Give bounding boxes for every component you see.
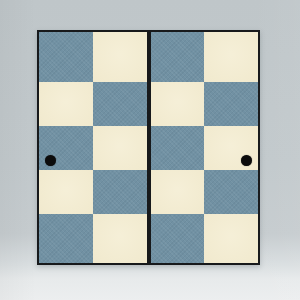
board-cell-cream: [151, 170, 205, 214]
board-cell-blue: [204, 170, 258, 214]
board-cell-blue: [39, 32, 93, 82]
left-door-checkerboard: [39, 32, 147, 263]
board-cell-blue: [204, 82, 258, 126]
board-cell-blue: [151, 32, 205, 82]
board-cell-cream: [204, 214, 258, 263]
right-door-checkerboard: [151, 32, 259, 263]
room-photo: [0, 0, 300, 300]
board-cell-cream: [39, 82, 93, 126]
board-cell-blue: [93, 82, 147, 126]
board-cell-cream: [93, 126, 147, 170]
board-cell-cream: [39, 170, 93, 214]
board-cell-cream: [93, 214, 147, 263]
sliding-door-pair: [37, 30, 260, 265]
board-cell-blue: [151, 126, 205, 170]
left-door-panel: [37, 30, 149, 265]
right-door-handle-icon[interactable]: [241, 155, 252, 166]
left-door-handle-icon[interactable]: [45, 155, 56, 166]
board-cell-cream: [151, 82, 205, 126]
board-cell-cream: [93, 32, 147, 82]
board-cell-blue: [151, 214, 205, 263]
board-cell-blue: [39, 214, 93, 263]
right-door-panel: [149, 30, 261, 265]
board-cell-blue: [93, 170, 147, 214]
board-cell-cream: [204, 32, 258, 82]
